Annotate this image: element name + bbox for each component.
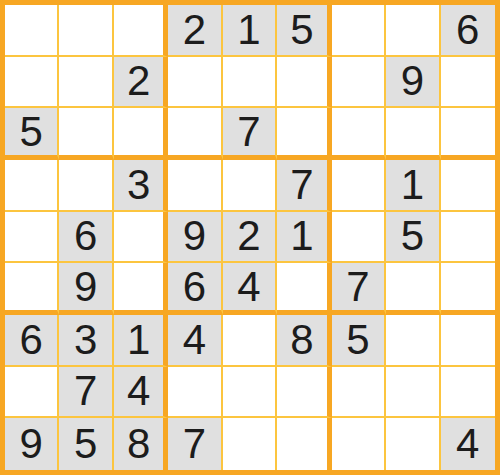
cell-r9c8[interactable]: [386, 418, 440, 470]
cell-r8c9[interactable]: [441, 367, 495, 419]
cell-r7c2[interactable]: 3: [59, 315, 113, 367]
cell-r3c1[interactable]: 5: [5, 108, 59, 160]
cell-r5c9[interactable]: [441, 212, 495, 264]
cell-r2c8[interactable]: 9: [386, 57, 440, 109]
cell-r9c3[interactable]: 8: [114, 418, 168, 470]
cell-r4c4[interactable]: [168, 160, 222, 212]
cell-r4c1[interactable]: [5, 160, 59, 212]
cell-r5c5[interactable]: 2: [223, 212, 277, 264]
cell-r3c5[interactable]: 7: [223, 108, 277, 160]
cell-r4c3[interactable]: 3: [114, 160, 168, 212]
cell-r5c8[interactable]: 5: [386, 212, 440, 264]
cell-r7c8[interactable]: [386, 315, 440, 367]
cell-r3c7[interactable]: [332, 108, 386, 160]
cell-r9c6[interactable]: [277, 418, 331, 470]
cell-r8c5[interactable]: [223, 367, 277, 419]
cell-r6c3[interactable]: [114, 263, 168, 315]
cell-r7c1[interactable]: 6: [5, 315, 59, 367]
cell-r6c5[interactable]: 4: [223, 263, 277, 315]
cell-r9c1[interactable]: 9: [5, 418, 59, 470]
cell-r3c3[interactable]: [114, 108, 168, 160]
cell-r1c1[interactable]: [5, 5, 59, 57]
cell-r3c9[interactable]: [441, 108, 495, 160]
cell-r2c4[interactable]: [168, 57, 222, 109]
cell-r4c2[interactable]: [59, 160, 113, 212]
cell-r5c6[interactable]: 1: [277, 212, 331, 264]
cell-r9c7[interactable]: [332, 418, 386, 470]
cell-r7c9[interactable]: [441, 315, 495, 367]
cell-r5c4[interactable]: 9: [168, 212, 222, 264]
cell-r7c5[interactable]: [223, 315, 277, 367]
cell-r4c8[interactable]: 1: [386, 160, 440, 212]
cell-r3c4[interactable]: [168, 108, 222, 160]
cell-r8c6[interactable]: [277, 367, 331, 419]
cell-r9c4[interactable]: 7: [168, 418, 222, 470]
cell-r2c2[interactable]: [59, 57, 113, 109]
cell-r6c7[interactable]: 7: [332, 263, 386, 315]
cell-r6c9[interactable]: [441, 263, 495, 315]
cell-r2c9[interactable]: [441, 57, 495, 109]
cell-r4c6[interactable]: 7: [277, 160, 331, 212]
cell-r3c2[interactable]: [59, 108, 113, 160]
cell-r9c9[interactable]: 4: [441, 418, 495, 470]
cell-r6c6[interactable]: [277, 263, 331, 315]
cell-r4c9[interactable]: [441, 160, 495, 212]
cell-r2c5[interactable]: [223, 57, 277, 109]
cell-r2c7[interactable]: [332, 57, 386, 109]
cell-r7c6[interactable]: 8: [277, 315, 331, 367]
cell-r5c2[interactable]: 6: [59, 212, 113, 264]
cell-r1c7[interactable]: [332, 5, 386, 57]
cell-r1c2[interactable]: [59, 5, 113, 57]
cell-r3c8[interactable]: [386, 108, 440, 160]
sudoku-board: 215629573716921596476314857495874: [0, 0, 500, 475]
cell-r8c3[interactable]: 4: [114, 367, 168, 419]
cell-r5c7[interactable]: [332, 212, 386, 264]
cell-r1c9[interactable]: 6: [441, 5, 495, 57]
cell-r8c7[interactable]: [332, 367, 386, 419]
cell-r8c1[interactable]: [5, 367, 59, 419]
cell-r7c3[interactable]: 1: [114, 315, 168, 367]
cell-r5c3[interactable]: [114, 212, 168, 264]
cell-r1c4[interactable]: 2: [168, 5, 222, 57]
cell-r2c1[interactable]: [5, 57, 59, 109]
cell-r7c4[interactable]: 4: [168, 315, 222, 367]
cell-r1c8[interactable]: [386, 5, 440, 57]
cell-r6c2[interactable]: 9: [59, 263, 113, 315]
cell-r6c8[interactable]: [386, 263, 440, 315]
cell-r2c3[interactable]: 2: [114, 57, 168, 109]
cell-r9c2[interactable]: 5: [59, 418, 113, 470]
cell-r8c4[interactable]: [168, 367, 222, 419]
cell-r8c2[interactable]: 7: [59, 367, 113, 419]
cell-r1c6[interactable]: 5: [277, 5, 331, 57]
cell-r4c7[interactable]: [332, 160, 386, 212]
cell-r8c8[interactable]: [386, 367, 440, 419]
cell-r1c5[interactable]: 1: [223, 5, 277, 57]
cell-r9c5[interactable]: [223, 418, 277, 470]
cell-r1c3[interactable]: [114, 5, 168, 57]
cell-r6c1[interactable]: [5, 263, 59, 315]
cell-r7c7[interactable]: 5: [332, 315, 386, 367]
cell-r5c1[interactable]: [5, 212, 59, 264]
cell-r2c6[interactable]: [277, 57, 331, 109]
cell-r4c5[interactable]: [223, 160, 277, 212]
cell-r6c4[interactable]: 6: [168, 263, 222, 315]
cell-r3c6[interactable]: [277, 108, 331, 160]
